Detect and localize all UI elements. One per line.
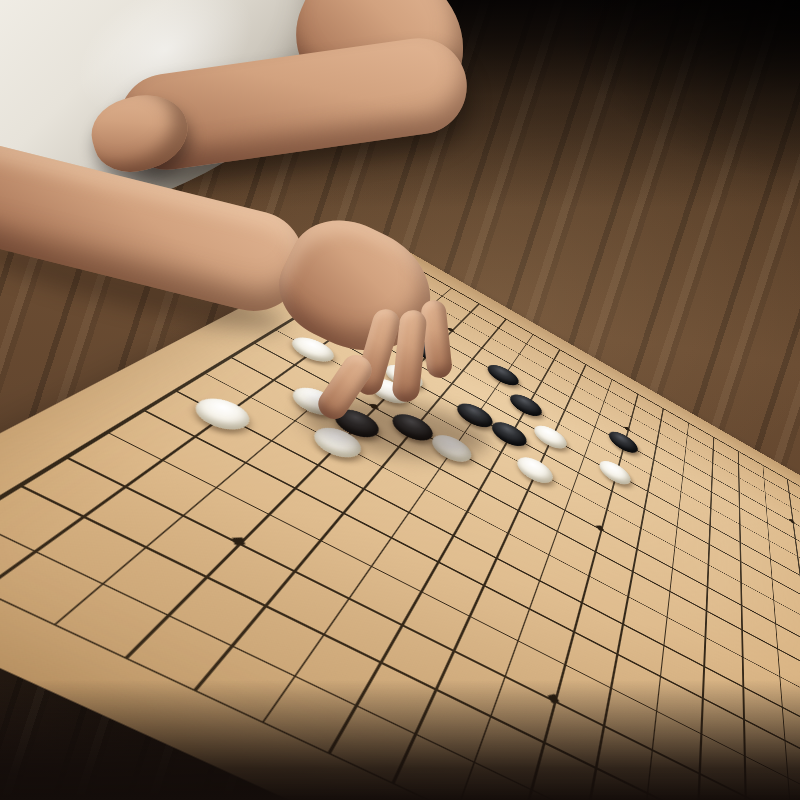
photo-scene [0, 0, 800, 800]
